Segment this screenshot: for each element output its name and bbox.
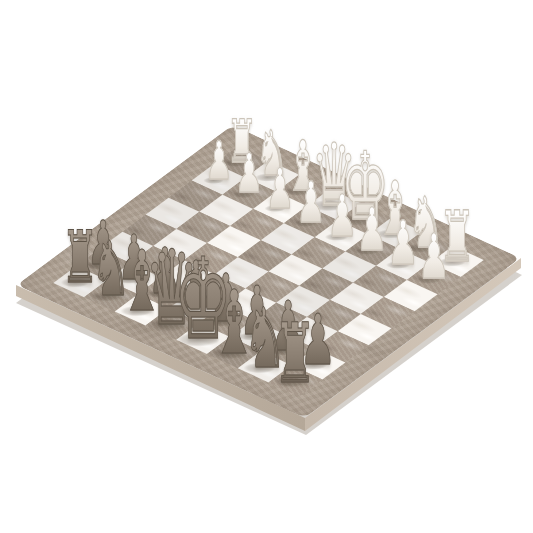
white-pawn-d2[interactable]: ♟ xyxy=(296,174,326,231)
white-pawn-h2[interactable]: ♟ xyxy=(418,226,450,288)
white-pawn-g2[interactable]: ♟ xyxy=(387,213,419,274)
pieces-layer: ♜♞♝♛♚♝♞♜♟♟♟♟♟♟♟♟♟♟♟♟♟♟♟♟♜♞♝♛♚♝♞♜ xyxy=(0,0,533,533)
white-pawn-f2[interactable]: ♟ xyxy=(357,200,388,259)
white-pawn-e2[interactable]: ♟ xyxy=(326,187,356,245)
grey-rook-h8[interactable]: ♜ xyxy=(274,312,317,395)
product-photo-scene: ♜♞♝♛♚♝♞♜♟♟♟♟♟♟♟♟♟♟♟♟♟♟♟♟♜♞♝♛♚♝♞♜ xyxy=(0,0,533,533)
white-pawn-a2[interactable]: ♟ xyxy=(205,135,233,188)
white-pawn-b2[interactable]: ♟ xyxy=(235,148,263,202)
white-pawn-c2[interactable]: ♟ xyxy=(266,161,295,217)
